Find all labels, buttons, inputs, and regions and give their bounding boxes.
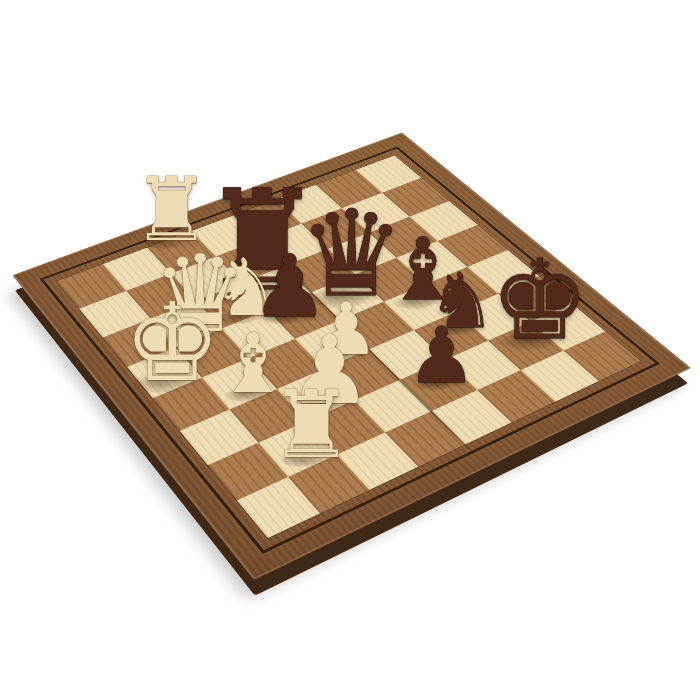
chessboard-scene: ♜♞♛♚♝♟♟♜♜♟♛♝♞♟♚ [0, 0, 700, 700]
piece-white-king-d1[interactable]: ♚ [124, 289, 221, 397]
piece-black-pawn-g5[interactable]: ♟ [407, 317, 477, 395]
piece-black-king-g7[interactable]: ♚ [490, 243, 590, 354]
pieces-layer: ♜♞♛♚♝♟♟♜♜♟♛♝♞♟♚ [0, 0, 700, 700]
piece-white-rook-g2[interactable]: ♜ [269, 378, 353, 472]
